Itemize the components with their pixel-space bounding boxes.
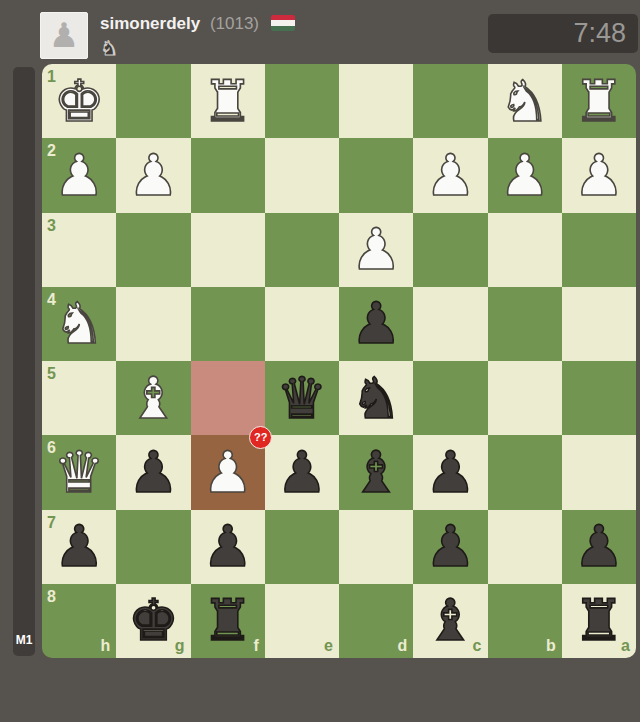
black-rook-a8[interactable]: ♜ bbox=[562, 584, 636, 658]
black-bishop-c8[interactable]: ♝ bbox=[413, 584, 487, 658]
square-e4[interactable] bbox=[265, 287, 339, 361]
square-e3[interactable] bbox=[265, 213, 339, 287]
square-g4[interactable] bbox=[116, 287, 190, 361]
square-a2[interactable]: ♟ bbox=[562, 138, 636, 212]
square-h1[interactable]: 1♚ bbox=[42, 64, 116, 138]
bottom-player-bar: satriotomo (1044) ♟ ♝+1 5:31 bbox=[0, 658, 640, 722]
square-b4[interactable] bbox=[488, 287, 562, 361]
square-g2[interactable]: ♟ bbox=[116, 138, 190, 212]
square-h6[interactable]: 6♛ bbox=[42, 435, 116, 509]
top-player-clock: 7:48 bbox=[488, 14, 638, 53]
chess-board[interactable]: 1♚♜♞♜2♟♟♟♟♟3♟4♞♟5♝♛♞6♛♟♟♟♝♟7♟♟♟♟8hg♚f♜ed… bbox=[42, 64, 636, 658]
square-e6[interactable]: ♟ bbox=[265, 435, 339, 509]
square-d5[interactable]: ♞ bbox=[339, 361, 413, 435]
white-queen-h6[interactable]: ♛ bbox=[42, 435, 116, 509]
top-player-avatar[interactable]: ♟ bbox=[40, 12, 88, 59]
square-b6[interactable] bbox=[488, 435, 562, 509]
top-player-bar: ♟ simonerdely (1013) ♞ 7:48 bbox=[0, 0, 640, 64]
square-b1[interactable]: ♞ bbox=[488, 64, 562, 138]
square-b7[interactable] bbox=[488, 510, 562, 584]
square-f7[interactable]: ♟ bbox=[191, 510, 265, 584]
square-g8[interactable]: g♚ bbox=[116, 584, 190, 658]
white-rook-a1[interactable]: ♜ bbox=[562, 64, 636, 138]
rank-label-3: 3 bbox=[47, 218, 56, 234]
hungary-flag-icon bbox=[271, 15, 295, 31]
white-bishop-g5[interactable]: ♝ bbox=[116, 361, 190, 435]
square-c8[interactable]: c♝ bbox=[413, 584, 487, 658]
evaluation-label: M1 bbox=[13, 633, 35, 647]
top-player-captured-pieces: ♞ bbox=[100, 36, 120, 60]
white-rook-f1[interactable]: ♜ bbox=[191, 64, 265, 138]
white-king-h1[interactable]: ♚ bbox=[42, 64, 116, 138]
square-f5[interactable] bbox=[191, 361, 265, 435]
square-e1[interactable] bbox=[265, 64, 339, 138]
square-d6[interactable]: ♝ bbox=[339, 435, 413, 509]
black-pawn-a7[interactable]: ♟ bbox=[562, 510, 636, 584]
black-bishop-d6[interactable]: ♝ bbox=[339, 435, 413, 509]
square-d8[interactable]: d bbox=[339, 584, 413, 658]
square-c5[interactable] bbox=[413, 361, 487, 435]
square-d7[interactable] bbox=[339, 510, 413, 584]
square-h8[interactable]: 8h bbox=[42, 584, 116, 658]
square-g7[interactable] bbox=[116, 510, 190, 584]
square-c2[interactable]: ♟ bbox=[413, 138, 487, 212]
square-d1[interactable] bbox=[339, 64, 413, 138]
blunder-badge: ?? bbox=[249, 426, 272, 449]
square-h4[interactable]: 4♞ bbox=[42, 287, 116, 361]
square-h3[interactable]: 3 bbox=[42, 213, 116, 287]
white-pawn-g2[interactable]: ♟ bbox=[116, 138, 190, 212]
square-g1[interactable] bbox=[116, 64, 190, 138]
square-b2[interactable]: ♟ bbox=[488, 138, 562, 212]
square-f3[interactable] bbox=[191, 213, 265, 287]
square-e5[interactable]: ♛ bbox=[265, 361, 339, 435]
white-knight-b1[interactable]: ♞ bbox=[488, 64, 562, 138]
square-f4[interactable] bbox=[191, 287, 265, 361]
rank-label-8: 8 bbox=[47, 589, 56, 605]
evaluation-bar: M1 bbox=[13, 67, 35, 656]
square-b3[interactable] bbox=[488, 213, 562, 287]
square-f1[interactable]: ♜ bbox=[191, 64, 265, 138]
black-pawn-e6[interactable]: ♟ bbox=[265, 435, 339, 509]
square-a5[interactable] bbox=[562, 361, 636, 435]
top-player-name: simonerdely bbox=[100, 14, 200, 33]
file-label-b: b bbox=[546, 638, 556, 654]
black-knight-d5[interactable]: ♞ bbox=[339, 361, 413, 435]
square-c4[interactable] bbox=[413, 287, 487, 361]
square-e7[interactable] bbox=[265, 510, 339, 584]
black-pawn-c7[interactable]: ♟ bbox=[413, 510, 487, 584]
square-g3[interactable] bbox=[116, 213, 190, 287]
square-a7[interactable]: ♟ bbox=[562, 510, 636, 584]
square-f2[interactable] bbox=[191, 138, 265, 212]
square-b5[interactable] bbox=[488, 361, 562, 435]
square-b8[interactable]: b bbox=[488, 584, 562, 658]
black-pawn-g6[interactable]: ♟ bbox=[116, 435, 190, 509]
square-a4[interactable] bbox=[562, 287, 636, 361]
square-d3[interactable]: ♟ bbox=[339, 213, 413, 287]
square-e2[interactable] bbox=[265, 138, 339, 212]
black-rook-f8[interactable]: ♜ bbox=[191, 584, 265, 658]
captured-black-knight-icon: ♞ bbox=[100, 36, 120, 60]
white-pawn-d3[interactable]: ♟ bbox=[339, 213, 413, 287]
square-a3[interactable] bbox=[562, 213, 636, 287]
square-c6[interactable]: ♟ bbox=[413, 435, 487, 509]
top-player-rating: (1013) bbox=[210, 14, 259, 33]
white-pawn-c2[interactable]: ♟ bbox=[413, 138, 487, 212]
square-d4[interactable]: ♟ bbox=[339, 287, 413, 361]
square-h7[interactable]: 7♟ bbox=[42, 510, 116, 584]
white-pawn-b2[interactable]: ♟ bbox=[488, 138, 562, 212]
black-pawn-d4[interactable]: ♟ bbox=[339, 287, 413, 361]
file-label-d: d bbox=[397, 638, 407, 654]
square-e8[interactable]: e bbox=[265, 584, 339, 658]
white-pawn-h2[interactable]: ♟ bbox=[42, 138, 116, 212]
square-a8[interactable]: a♜ bbox=[562, 584, 636, 658]
white-pawn-avatar-icon: ♟ bbox=[41, 13, 87, 58]
file-label-e: e bbox=[324, 638, 333, 654]
square-a1[interactable]: ♜ bbox=[562, 64, 636, 138]
square-h5[interactable]: 5 bbox=[42, 361, 116, 435]
top-clock-time: 7:48 bbox=[573, 18, 638, 49]
square-c1[interactable] bbox=[413, 64, 487, 138]
square-a6[interactable] bbox=[562, 435, 636, 509]
rank-label-5: 5 bbox=[47, 366, 56, 382]
square-d2[interactable] bbox=[339, 138, 413, 212]
square-c7[interactable]: ♟ bbox=[413, 510, 487, 584]
square-h2[interactable]: 2♟ bbox=[42, 138, 116, 212]
black-pawn-f7[interactable]: ♟ bbox=[191, 510, 265, 584]
square-g6[interactable]: ♟ bbox=[116, 435, 190, 509]
black-queen-e5[interactable]: ♛ bbox=[265, 361, 339, 435]
black-pawn-c6[interactable]: ♟ bbox=[413, 435, 487, 509]
square-f8[interactable]: f♜ bbox=[191, 584, 265, 658]
square-g5[interactable]: ♝ bbox=[116, 361, 190, 435]
black-pawn-h7[interactable]: ♟ bbox=[42, 510, 116, 584]
square-c3[interactable] bbox=[413, 213, 487, 287]
black-king-g8[interactable]: ♚ bbox=[116, 584, 190, 658]
top-player-name-row[interactable]: simonerdely (1013) bbox=[100, 14, 295, 34]
file-label-h: h bbox=[100, 638, 110, 654]
white-knight-h4[interactable]: ♞ bbox=[42, 287, 116, 361]
white-pawn-a2[interactable]: ♟ bbox=[562, 138, 636, 212]
